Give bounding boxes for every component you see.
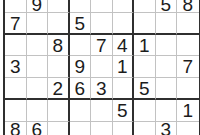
sudoku-cell[interactable]: 4: [113, 35, 135, 57]
sudoku-cell[interactable]: [27, 35, 49, 57]
sudoku-cell[interactable]: [27, 13, 49, 35]
sudoku-cell[interactable]: [177, 122, 199, 135]
sudoku-cell[interactable]: 9: [70, 56, 92, 78]
sudoku-cell[interactable]: [113, 13, 135, 35]
sudoku-cell[interactable]: [48, 13, 70, 35]
sudoku-cell[interactable]: 7: [177, 56, 199, 78]
sudoku-cell[interactable]: [91, 100, 113, 122]
sudoku-cell[interactable]: [113, 122, 135, 135]
sudoku-cell[interactable]: 6: [27, 122, 49, 135]
sudoku-cell[interactable]: [134, 0, 156, 13]
sudoku-cell[interactable]: [48, 0, 70, 13]
sudoku-cell[interactable]: [91, 56, 113, 78]
sudoku-cell[interactable]: [5, 78, 27, 100]
sudoku-board: 9587587413917263551863: [3, 0, 200, 135]
sudoku-cell[interactable]: 7: [91, 35, 113, 57]
sudoku-cell[interactable]: 1: [113, 56, 135, 78]
sudoku-cell[interactable]: [91, 13, 113, 35]
sudoku-cell[interactable]: [113, 0, 135, 13]
sudoku-cell[interactable]: 5: [156, 0, 178, 13]
sudoku-cell[interactable]: [27, 78, 49, 100]
sudoku-cell[interactable]: [156, 35, 178, 57]
sudoku-cell[interactable]: [134, 100, 156, 122]
sudoku-cell[interactable]: 8: [177, 0, 199, 13]
sudoku-cell[interactable]: [177, 35, 199, 57]
sudoku-cell[interactable]: [156, 13, 178, 35]
sudoku-cell[interactable]: 3: [156, 122, 178, 135]
sudoku-cell[interactable]: [91, 0, 113, 13]
sudoku-cell[interactable]: 1: [177, 100, 199, 122]
sudoku-cell[interactable]: [177, 78, 199, 100]
sudoku-cell[interactable]: 8: [5, 122, 27, 135]
sudoku-screenshot: 9587587413917263551863: [0, 0, 200, 135]
sudoku-cell[interactable]: 5: [70, 13, 92, 35]
sudoku-cell[interactable]: 5: [113, 100, 135, 122]
sudoku-cell[interactable]: 8: [48, 35, 70, 57]
sudoku-cell[interactable]: [70, 35, 92, 57]
sudoku-cell[interactable]: [177, 13, 199, 35]
sudoku-cell[interactable]: [5, 0, 27, 13]
sudoku-cell[interactable]: [48, 100, 70, 122]
sudoku-cell[interactable]: [134, 13, 156, 35]
sudoku-cell[interactable]: [70, 122, 92, 135]
sudoku-cell[interactable]: [27, 56, 49, 78]
sudoku-cell[interactable]: [134, 56, 156, 78]
sudoku-cell[interactable]: 1: [134, 35, 156, 57]
sudoku-cell[interactable]: [156, 56, 178, 78]
sudoku-cell[interactable]: 3: [91, 78, 113, 100]
sudoku-cell[interactable]: 5: [134, 78, 156, 100]
sudoku-cell[interactable]: [70, 0, 92, 13]
sudoku-cell[interactable]: 3: [5, 56, 27, 78]
sudoku-cell[interactable]: 6: [70, 78, 92, 100]
sudoku-cell[interactable]: [70, 100, 92, 122]
sudoku-cell[interactable]: 9: [27, 0, 49, 13]
sudoku-cell[interactable]: [134, 122, 156, 135]
sudoku-cell[interactable]: [91, 122, 113, 135]
sudoku-cell[interactable]: [48, 122, 70, 135]
sudoku-cell[interactable]: [156, 78, 178, 100]
sudoku-cell[interactable]: [113, 78, 135, 100]
sudoku-cell[interactable]: [48, 56, 70, 78]
sudoku-cell[interactable]: 7: [5, 13, 27, 35]
sudoku-cell[interactable]: 2: [48, 78, 70, 100]
sudoku-cell[interactable]: [5, 35, 27, 57]
